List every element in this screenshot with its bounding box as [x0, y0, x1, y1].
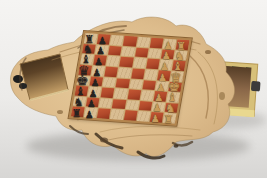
square[interactable]: ♟ — [163, 39, 177, 49]
chess-board[interactable]: ♜♟♟♜♞♟♟♞♝♟♟♝♛♟♟♛♚♟♟♚♝♟♟♝♞♟♟♞♜♟♟♜ — [69, 31, 192, 126]
square[interactable] — [108, 45, 122, 55]
square[interactable] — [112, 99, 126, 109]
chess-board-wrap: ♜♟♟♜♞♟♟♞♝♟♟♝♛♟♟♛♚♟♟♚♝♟♟♝♞♟♟♞♜♟♟♜ — [69, 31, 187, 121]
white-rook[interactable]: ♜ — [163, 114, 173, 125]
square[interactable] — [116, 78, 130, 88]
square[interactable] — [125, 100, 139, 110]
square[interactable] — [114, 88, 128, 98]
square[interactable] — [144, 69, 158, 79]
square[interactable] — [134, 47, 148, 57]
square[interactable]: ♟ — [91, 66, 105, 76]
square[interactable]: ♟ — [95, 45, 109, 55]
left-drawer-knob[interactable] — [13, 75, 23, 83]
square[interactable]: ♟ — [86, 97, 100, 107]
square[interactable]: ♟ — [153, 91, 167, 101]
square[interactable] — [127, 89, 141, 99]
square[interactable] — [123, 36, 137, 46]
square[interactable]: ♜ — [71, 107, 85, 117]
square[interactable] — [136, 37, 150, 47]
square[interactable] — [103, 77, 117, 87]
square[interactable]: ♟ — [150, 112, 164, 122]
square[interactable] — [133, 58, 147, 68]
black-rook[interactable]: ♜ — [72, 108, 82, 119]
white-pawn[interactable]: ♟ — [151, 114, 160, 124]
square[interactable] — [110, 110, 124, 120]
right-drawer-knob[interactable] — [251, 81, 261, 92]
square[interactable] — [105, 67, 119, 77]
square[interactable] — [149, 38, 163, 48]
square[interactable] — [99, 98, 113, 108]
square[interactable] — [142, 80, 156, 90]
square[interactable] — [129, 79, 143, 89]
square[interactable]: ♟ — [88, 87, 102, 97]
square[interactable]: ♟ — [97, 34, 111, 44]
square[interactable] — [136, 111, 150, 121]
square[interactable] — [123, 110, 137, 120]
square[interactable] — [148, 48, 162, 58]
square[interactable] — [118, 67, 132, 77]
square[interactable]: ♞ — [164, 103, 178, 113]
square[interactable] — [101, 88, 115, 98]
black-pawn[interactable]: ♟ — [85, 110, 94, 120]
square[interactable] — [138, 101, 152, 111]
square[interactable]: ♜ — [163, 113, 177, 123]
square[interactable]: ♟ — [159, 60, 173, 70]
square[interactable] — [140, 90, 154, 100]
square[interactable] — [106, 56, 120, 66]
square[interactable] — [121, 46, 135, 56]
square[interactable]: ♞ — [73, 96, 87, 106]
square[interactable]: ♟ — [90, 76, 104, 86]
square[interactable]: ♟ — [84, 108, 98, 118]
square[interactable]: ♟ — [151, 102, 165, 112]
square[interactable] — [131, 68, 145, 78]
square[interactable] — [110, 35, 124, 45]
square[interactable] — [146, 59, 160, 69]
photo-background: ♜♟♟♜♞♟♟♞♝♟♟♝♛♟♟♛♚♟♟♚♝♟♟♝♞♟♟♞♜♟♟♜ — [0, 0, 267, 178]
square[interactable] — [97, 109, 111, 119]
square[interactable]: ♟ — [93, 55, 107, 65]
square[interactable] — [120, 57, 134, 67]
